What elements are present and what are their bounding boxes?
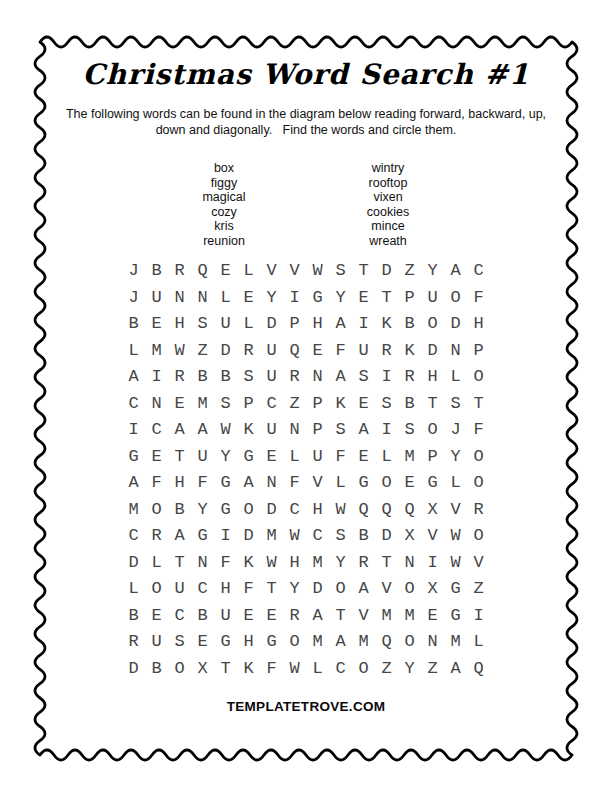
grid-cell[interactable]: M — [122, 496, 145, 523]
grid-cell[interactable]: R — [168, 258, 191, 285]
instructions-line2: down and diagonally. Find the words and … — [0, 122, 612, 138]
grid-cell[interactable]: E — [398, 470, 421, 497]
grid-cell[interactable]: N — [398, 549, 421, 576]
grid-cell[interactable]: A — [168, 523, 191, 550]
grid-cell[interactable]: S — [398, 417, 421, 444]
grid-cell[interactable]: Z — [375, 655, 398, 682]
grid-cell[interactable]: V — [421, 523, 444, 550]
grid-cell[interactable]: T — [375, 549, 398, 576]
grid-cell[interactable]: W — [306, 258, 329, 285]
word-list-item: reunion — [164, 234, 284, 249]
grid-cell[interactable]: F — [467, 284, 490, 311]
grid-cell[interactable]: R — [467, 496, 490, 523]
grid-cell[interactable]: P — [306, 390, 329, 417]
grid-cell[interactable]: U — [191, 443, 214, 470]
grid-cell[interactable]: I — [467, 602, 490, 629]
grid-cell[interactable]: J — [122, 258, 145, 285]
grid-cell[interactable]: H — [237, 629, 260, 656]
grid-cell[interactable]: I — [375, 417, 398, 444]
grid-cell[interactable]: I — [122, 417, 145, 444]
grid-cell[interactable]: X — [421, 576, 444, 603]
grid-cell[interactable]: M — [398, 443, 421, 470]
grid-cell[interactable]: G — [214, 629, 237, 656]
grid-cell[interactable]: U — [260, 337, 283, 364]
grid-cell[interactable]: S — [329, 523, 352, 550]
grid-cell[interactable]: L — [237, 311, 260, 338]
grid-cell[interactable]: B — [145, 258, 168, 285]
grid-cell[interactable]: Y — [260, 284, 283, 311]
grid-cell[interactable]: O — [421, 311, 444, 338]
grid-cell[interactable]: K — [237, 417, 260, 444]
grid-cell[interactable]: B — [352, 523, 375, 550]
grid-cell[interactable]: E — [421, 602, 444, 629]
grid-cell[interactable]: K — [398, 337, 421, 364]
instructions: The following words can be found in the … — [0, 106, 612, 138]
grid-cell[interactable]: U — [260, 364, 283, 391]
grid-cell[interactable]: P — [421, 443, 444, 470]
word-list-item: wreath — [328, 234, 448, 249]
grid-cell[interactable]: B — [191, 364, 214, 391]
grid-cell[interactable]: C — [122, 390, 145, 417]
grid-cell[interactable]: O — [168, 655, 191, 682]
grid-cell[interactable]: I — [145, 364, 168, 391]
grid-cell[interactable]: H — [306, 496, 329, 523]
grid-cell[interactable]: M — [306, 549, 329, 576]
grid-cell[interactable]: A — [168, 417, 191, 444]
grid-cell[interactable]: S — [237, 364, 260, 391]
grid-cell[interactable]: O — [467, 523, 490, 550]
grid-cell[interactable]: S — [168, 629, 191, 656]
grid-cell[interactable]: Q — [467, 655, 490, 682]
grid-cell[interactable]: M — [398, 602, 421, 629]
grid-cell[interactable]: T — [375, 284, 398, 311]
grid-cell[interactable]: R — [122, 629, 145, 656]
grid-cell[interactable]: Y — [444, 443, 467, 470]
grid-cell[interactable]: Z — [467, 576, 490, 603]
grid-cell[interactable]: L — [306, 655, 329, 682]
grid-cell[interactable]: R — [283, 364, 306, 391]
grid-cell[interactable]: R — [352, 549, 375, 576]
grid-cell[interactable]: O — [398, 576, 421, 603]
grid-cell[interactable]: W — [444, 523, 467, 550]
grid-cell[interactable]: F — [237, 576, 260, 603]
grid-cell[interactable]: Y — [398, 655, 421, 682]
grid-cell[interactable]: W — [168, 337, 191, 364]
grid-cell[interactable]: E — [352, 284, 375, 311]
grid-cell[interactable]: C — [329, 655, 352, 682]
grid-cell[interactable]: F — [260, 655, 283, 682]
grid-cell[interactable]: M — [260, 523, 283, 550]
grid-cell[interactable]: O — [421, 417, 444, 444]
word-list-item: magical — [164, 190, 284, 205]
instructions-line1: The following words can be found in the … — [0, 106, 612, 122]
grid-cell[interactable]: W — [444, 549, 467, 576]
grid-cell[interactable]: R — [168, 364, 191, 391]
grid-cell[interactable]: N — [283, 417, 306, 444]
grid-cell[interactable]: J — [122, 284, 145, 311]
grid-cell[interactable]: C — [467, 258, 490, 285]
grid-cell[interactable]: F — [145, 470, 168, 497]
grid-cell[interactable]: B — [122, 602, 145, 629]
grid-cell[interactable]: Q — [283, 337, 306, 364]
grid-cell[interactable]: I — [352, 311, 375, 338]
grid-cell[interactable]: G — [260, 629, 283, 656]
word-list-item: kris — [164, 219, 284, 234]
grid-cell[interactable]: R — [375, 337, 398, 364]
grid-cell[interactable]: X — [191, 655, 214, 682]
page-title: Christmas Word Search #1 — [0, 58, 612, 91]
grid-cell[interactable]: B — [214, 364, 237, 391]
grid-cell[interactable]: D — [444, 311, 467, 338]
grid-cell[interactable]: O — [329, 576, 352, 603]
grid-cell[interactable]: E — [260, 602, 283, 629]
grid-cell[interactable]: A — [329, 311, 352, 338]
grid-cell[interactable]: G — [444, 602, 467, 629]
grid-cell[interactable]: G — [421, 470, 444, 497]
grid-cell[interactable]: D — [375, 523, 398, 550]
grid-cell[interactable]: Q — [398, 496, 421, 523]
grid-cell[interactable]: X — [421, 496, 444, 523]
grid-cell[interactable]: P — [398, 284, 421, 311]
word-list-item: rooftop — [328, 176, 448, 191]
grid-cell[interactable]: D — [375, 258, 398, 285]
grid-cell[interactable]: Y — [283, 576, 306, 603]
grid-cell[interactable]: H — [214, 576, 237, 603]
word-lists: boxfiggymagicalcozykrisreunion wintryroo… — [0, 161, 612, 249]
grid-cell[interactable]: O — [145, 496, 168, 523]
grid-cell[interactable]: O — [283, 629, 306, 656]
grid-cell[interactable]: Q — [375, 496, 398, 523]
grid-cell[interactable]: G — [237, 443, 260, 470]
grid-cell[interactable]: A — [352, 417, 375, 444]
grid-cell[interactable]: Q — [375, 629, 398, 656]
grid-cell[interactable]: U — [214, 311, 237, 338]
grid-cell[interactable]: N — [260, 470, 283, 497]
grid-cell[interactable]: R — [237, 337, 260, 364]
grid-cell[interactable]: A — [444, 258, 467, 285]
grid-cell[interactable]: E — [168, 390, 191, 417]
grid-cell[interactable]: L — [467, 629, 490, 656]
grid-cell[interactable]: E — [145, 602, 168, 629]
grid-cell[interactable]: T — [260, 576, 283, 603]
grid-cell[interactable]: W — [214, 417, 237, 444]
grid-cell[interactable]: Q — [191, 258, 214, 285]
grid-cell[interactable]: B — [145, 655, 168, 682]
grid-cell[interactable]: G — [191, 523, 214, 550]
grid-cell[interactable]: N — [191, 549, 214, 576]
grid-cell[interactable]: B — [398, 311, 421, 338]
grid-cell[interactable]: G — [214, 470, 237, 497]
grid-cell[interactable]: J — [444, 417, 467, 444]
grid-cell[interactable]: F — [283, 470, 306, 497]
grid-cell[interactable]: R — [398, 364, 421, 391]
grid-cell[interactable]: D — [421, 337, 444, 364]
grid-cell[interactable]: S — [329, 417, 352, 444]
grid-cell[interactable]: X — [398, 523, 421, 550]
grid-cell[interactable]: O — [375, 470, 398, 497]
grid-cell[interactable]: T — [168, 549, 191, 576]
grid-cell[interactable]: H — [421, 364, 444, 391]
grid-cell[interactable]: V — [467, 549, 490, 576]
grid-cell[interactable]: H — [467, 311, 490, 338]
grid-cell[interactable]: S — [444, 390, 467, 417]
grid-cell[interactable]: L — [444, 364, 467, 391]
grid-cell[interactable]: N — [421, 629, 444, 656]
grid-cell[interactable]: I — [421, 549, 444, 576]
grid-cell[interactable]: Y — [329, 284, 352, 311]
word-list-item: cookies — [328, 205, 448, 220]
grid-cell[interactable]: M — [145, 337, 168, 364]
grid-cell[interactable]: D — [237, 523, 260, 550]
word-list-item: box — [164, 161, 284, 176]
grid-cell[interactable]: U — [421, 284, 444, 311]
grid-cell[interactable]: I — [283, 284, 306, 311]
footer-site-name: TEMPLATETROVE.COM — [0, 699, 612, 714]
grid-cell[interactable]: E — [145, 443, 168, 470]
grid-cell[interactable]: Q — [352, 496, 375, 523]
grid-cell[interactable]: Y — [191, 496, 214, 523]
grid-cell[interactable]: S — [191, 311, 214, 338]
word-list-item: figgy — [164, 176, 284, 191]
grid-cell[interactable]: F — [191, 470, 214, 497]
grid-cell[interactable]: L — [375, 443, 398, 470]
grid-cell[interactable]: T — [352, 258, 375, 285]
grid-cell[interactable]: B — [122, 311, 145, 338]
word-list-item: mince — [328, 219, 448, 234]
grid-cell[interactable]: P — [306, 417, 329, 444]
grid-cell[interactable]: A — [306, 602, 329, 629]
grid-cell[interactable]: S — [375, 390, 398, 417]
grid-cell[interactable]: E — [260, 443, 283, 470]
grid-cell[interactable]: W — [283, 523, 306, 550]
grid-cell[interactable]: O — [237, 496, 260, 523]
worksheet-page: Christmas Word Search #1 The following w… — [0, 0, 612, 792]
grid-cell[interactable]: O — [398, 629, 421, 656]
grid-cell[interactable]: G — [352, 470, 375, 497]
grid-cell[interactable]: C — [145, 417, 168, 444]
grid-cell[interactable]: U — [145, 629, 168, 656]
grid-cell[interactable]: S — [214, 390, 237, 417]
grid-cell[interactable]: N — [306, 364, 329, 391]
grid-cell[interactable]: C — [283, 496, 306, 523]
grid-cell[interactable]: Z — [283, 390, 306, 417]
grid-cell[interactable]: A — [122, 364, 145, 391]
grid-cell[interactable]: L — [329, 470, 352, 497]
grid-cell[interactable]: H — [306, 311, 329, 338]
grid-cell[interactable]: T — [329, 602, 352, 629]
grid-cell[interactable]: E — [191, 629, 214, 656]
grid-cell[interactable]: D — [260, 311, 283, 338]
grid-cell[interactable]: G — [214, 496, 237, 523]
grid-cell[interactable]: M — [306, 629, 329, 656]
grid-cell[interactable]: K — [329, 390, 352, 417]
grid-cell[interactable]: L — [122, 337, 145, 364]
grid-cell[interactable]: E — [352, 443, 375, 470]
grid-cell[interactable]: A — [352, 576, 375, 603]
grid-cell[interactable]: L — [145, 549, 168, 576]
grid-cell[interactable]: O — [352, 655, 375, 682]
grid-cell[interactable]: R — [145, 523, 168, 550]
grid-cell[interactable]: H — [283, 549, 306, 576]
grid-cell[interactable]: M — [191, 390, 214, 417]
letter-grid: JBRQELVVWSTDZYACJUNNLEYIGYETPUOFBEHSULDP… — [0, 258, 612, 682]
grid-cell[interactable]: V — [283, 258, 306, 285]
grid-cell[interactable]: O — [467, 364, 490, 391]
grid-cell[interactable]: Z — [421, 655, 444, 682]
grid-cell[interactable]: N — [444, 337, 467, 364]
grid-cell[interactable]: E — [352, 390, 375, 417]
grid-cell[interactable]: B — [168, 496, 191, 523]
grid-cell[interactable]: V — [444, 496, 467, 523]
grid-cell[interactable]: I — [214, 523, 237, 550]
grid-cell[interactable]: C — [168, 602, 191, 629]
grid-cell[interactable]: T — [421, 390, 444, 417]
grid-cell[interactable]: A — [329, 629, 352, 656]
grid-cell[interactable]: A — [237, 470, 260, 497]
grid-cell[interactable]: T — [214, 655, 237, 682]
grid-cell[interactable]: L — [444, 470, 467, 497]
content-area: Christmas Word Search #1 The following w… — [0, 0, 612, 792]
grid-cell[interactable]: C — [260, 390, 283, 417]
grid-cell[interactable]: E — [145, 311, 168, 338]
grid-cell[interactable]: V — [306, 470, 329, 497]
grid-cell[interactable]: O — [467, 470, 490, 497]
grid-cell[interactable]: G — [444, 576, 467, 603]
grid-cell[interactable]: F — [214, 549, 237, 576]
grid-cell[interactable]: F — [329, 337, 352, 364]
grid-cell[interactable]: O — [467, 443, 490, 470]
grid-cell[interactable]: U — [306, 443, 329, 470]
grid-cell[interactable]: E — [306, 337, 329, 364]
grid-cell[interactable]: A — [329, 364, 352, 391]
grid-cell[interactable]: V — [352, 602, 375, 629]
word-list-right: wintryrooftopvixencookiesmincewreath — [328, 161, 448, 249]
grid-cell[interactable]: D — [260, 496, 283, 523]
grid-cell[interactable]: D — [122, 549, 145, 576]
grid-cell[interactable]: O — [444, 284, 467, 311]
grid-cell[interactable]: A — [122, 470, 145, 497]
grid-cell[interactable]: Z — [191, 337, 214, 364]
grid-cell[interactable]: H — [168, 470, 191, 497]
grid-cell[interactable]: R — [283, 602, 306, 629]
grid-cell[interactable]: P — [237, 390, 260, 417]
grid-cell[interactable]: E — [214, 258, 237, 285]
grid-cell[interactable]: E — [237, 284, 260, 311]
grid-cell[interactable]: F — [329, 443, 352, 470]
grid-cell[interactable]: B — [191, 602, 214, 629]
grid-cell[interactable]: U — [168, 576, 191, 603]
grid-cell[interactable]: S — [352, 364, 375, 391]
grid-cell[interactable]: K — [237, 655, 260, 682]
grid-cell[interactable]: D — [306, 576, 329, 603]
word-list-left: boxfiggymagicalcozykrisreunion — [164, 161, 284, 249]
grid-cell[interactable]: T — [467, 390, 490, 417]
grid-cell[interactable]: C — [306, 523, 329, 550]
grid-cell[interactable]: E — [237, 602, 260, 629]
word-list-item: cozy — [164, 205, 284, 220]
grid-cell[interactable]: I — [375, 364, 398, 391]
grid-cell[interactable]: N — [191, 284, 214, 311]
grid-cell[interactable]: V — [260, 258, 283, 285]
grid-cell[interactable]: U — [260, 417, 283, 444]
grid-cell[interactable]: O — [145, 576, 168, 603]
grid-cell[interactable]: W — [329, 496, 352, 523]
grid-cell[interactable]: T — [168, 443, 191, 470]
grid-cell[interactable]: U — [145, 284, 168, 311]
grid-cell[interactable]: A — [191, 417, 214, 444]
grid-cell[interactable]: C — [122, 523, 145, 550]
grid-cell[interactable]: F — [467, 417, 490, 444]
grid-cell[interactable]: U — [352, 337, 375, 364]
grid-cell[interactable]: L — [283, 443, 306, 470]
grid-cell[interactable]: V — [375, 576, 398, 603]
grid-cell[interactable]: Y — [329, 549, 352, 576]
grid-cell[interactable]: P — [467, 337, 490, 364]
grid-cell[interactable]: A — [444, 655, 467, 682]
grid-cell[interactable]: N — [168, 284, 191, 311]
grid-cell[interactable]: C — [191, 576, 214, 603]
grid-cell[interactable]: M — [375, 602, 398, 629]
grid-cell[interactable]: D — [122, 655, 145, 682]
grid-cell[interactable]: U — [214, 602, 237, 629]
grid-cell[interactable]: M — [444, 629, 467, 656]
grid-cell[interactable]: M — [352, 629, 375, 656]
grid-cell[interactable]: W — [283, 655, 306, 682]
grid-cell[interactable]: Y — [421, 258, 444, 285]
grid-cell[interactable]: K — [375, 311, 398, 338]
grid-cell[interactable]: Y — [214, 443, 237, 470]
word-list-item: wintry — [328, 161, 448, 176]
grid-cell[interactable]: Z — [398, 258, 421, 285]
grid-cell[interactable]: S — [329, 258, 352, 285]
grid-cell[interactable]: D — [214, 337, 237, 364]
grid-cell[interactable]: N — [145, 390, 168, 417]
grid-cell[interactable]: W — [260, 549, 283, 576]
grid-cell[interactable]: K — [237, 549, 260, 576]
grid-cell[interactable]: G — [306, 284, 329, 311]
grid-cell[interactable]: L — [214, 284, 237, 311]
grid-cell[interactable]: H — [168, 311, 191, 338]
grid-cell[interactable]: B — [398, 390, 421, 417]
grid-cell[interactable]: P — [283, 311, 306, 338]
grid-cell[interactable]: L — [237, 258, 260, 285]
word-list-item: vixen — [328, 190, 448, 205]
grid-cell[interactable]: G — [122, 443, 145, 470]
grid-cell[interactable]: L — [122, 576, 145, 603]
